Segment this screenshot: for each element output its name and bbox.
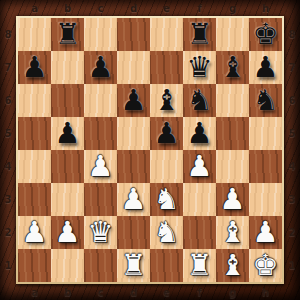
- piece-white-queen[interactable]: ♛: [84, 216, 117, 249]
- square-a8[interactable]: [18, 18, 51, 51]
- rank-label-6: 6: [0, 84, 16, 117]
- square-g5[interactable]: [216, 117, 249, 150]
- piece-black-pawn[interactable]: ♟: [51, 117, 84, 150]
- square-a5[interactable]: [18, 117, 51, 150]
- square-d3[interactable]: ♟: [117, 183, 150, 216]
- square-c4[interactable]: ♟: [84, 150, 117, 183]
- square-c5[interactable]: [84, 117, 117, 150]
- rank-label-7: 7: [0, 51, 16, 84]
- piece-black-knight[interactable]: ♞: [183, 84, 216, 117]
- square-g4[interactable]: [216, 150, 249, 183]
- piece-black-pawn[interactable]: ♟: [249, 51, 282, 84]
- file-label-d: d: [117, 0, 150, 16]
- piece-white-pawn[interactable]: ♟: [183, 150, 216, 183]
- square-d8[interactable]: [117, 18, 150, 51]
- piece-white-pawn[interactable]: ♟: [18, 216, 51, 249]
- piece-white-rook[interactable]: ♜: [183, 249, 216, 282]
- piece-black-king[interactable]: ♚: [249, 18, 282, 51]
- piece-white-pawn[interactable]: ♟: [84, 150, 117, 183]
- board-grid: ♜♜♚♟♟♛♝♟♟♝♞♞♟♟♟♟♟♟♞♟♟♟♛♞♝♟♜♜♝♚: [18, 18, 282, 282]
- file-label-h: h: [249, 284, 282, 300]
- square-b5[interactable]: ♟: [51, 117, 84, 150]
- square-h3[interactable]: [249, 183, 282, 216]
- square-b1[interactable]: [51, 249, 84, 282]
- square-d2[interactable]: [117, 216, 150, 249]
- rank-label-4: 4: [0, 150, 16, 183]
- piece-white-pawn[interactable]: ♟: [117, 183, 150, 216]
- square-e4[interactable]: [150, 150, 183, 183]
- square-e2[interactable]: ♞: [150, 216, 183, 249]
- rank-label-2: 2: [0, 216, 16, 249]
- square-g8[interactable]: [216, 18, 249, 51]
- rank-label-8: 8: [284, 18, 300, 51]
- square-f2[interactable]: [183, 216, 216, 249]
- piece-black-pawn[interactable]: ♟: [18, 51, 51, 84]
- square-f3[interactable]: [183, 183, 216, 216]
- piece-black-rook[interactable]: ♜: [51, 18, 84, 51]
- square-b7[interactable]: [51, 51, 84, 84]
- square-g6[interactable]: [216, 84, 249, 117]
- file-labels-bottom: abcdefgh: [18, 284, 282, 300]
- file-label-c: c: [84, 0, 117, 16]
- file-label-c: c: [84, 284, 117, 300]
- piece-black-bishop[interactable]: ♝: [150, 84, 183, 117]
- square-h1[interactable]: ♚: [249, 249, 282, 282]
- square-c7[interactable]: ♟: [84, 51, 117, 84]
- piece-white-pawn[interactable]: ♟: [249, 216, 282, 249]
- rank-label-2: 2: [284, 216, 300, 249]
- square-h8[interactable]: ♚: [249, 18, 282, 51]
- rank-label-5: 5: [0, 117, 16, 150]
- square-f5[interactable]: ♟: [183, 117, 216, 150]
- square-b2[interactable]: ♟: [51, 216, 84, 249]
- square-a3[interactable]: [18, 183, 51, 216]
- file-label-d: d: [117, 284, 150, 300]
- square-a4[interactable]: [18, 150, 51, 183]
- square-h6[interactable]: ♞: [249, 84, 282, 117]
- square-h2[interactable]: ♟: [249, 216, 282, 249]
- file-label-g: g: [216, 284, 249, 300]
- square-f7[interactable]: ♛: [183, 51, 216, 84]
- square-f8[interactable]: ♜: [183, 18, 216, 51]
- piece-white-bishop[interactable]: ♝: [216, 216, 249, 249]
- rank-label-4: 4: [284, 150, 300, 183]
- piece-white-king[interactable]: ♚: [249, 249, 282, 282]
- piece-white-knight[interactable]: ♞: [150, 216, 183, 249]
- square-d1[interactable]: ♜: [117, 249, 150, 282]
- rank-label-5: 5: [284, 117, 300, 150]
- square-b8[interactable]: ♜: [51, 18, 84, 51]
- file-label-g: g: [216, 0, 249, 16]
- square-e5[interactable]: ♟: [150, 117, 183, 150]
- square-g1[interactable]: ♝: [216, 249, 249, 282]
- square-h7[interactable]: ♟: [249, 51, 282, 84]
- rank-labels-left: 87654321: [0, 18, 16, 282]
- file-label-e: e: [150, 0, 183, 16]
- square-c1[interactable]: [84, 249, 117, 282]
- square-g3[interactable]: ♟: [216, 183, 249, 216]
- piece-white-knight[interactable]: ♞: [150, 183, 183, 216]
- square-f1[interactable]: ♜: [183, 249, 216, 282]
- square-c2[interactable]: ♛: [84, 216, 117, 249]
- square-h5[interactable]: [249, 117, 282, 150]
- rank-label-7: 7: [284, 51, 300, 84]
- square-e3[interactable]: ♞: [150, 183, 183, 216]
- file-label-b: b: [51, 0, 84, 16]
- file-labels-top: abcdefgh: [18, 0, 282, 16]
- file-label-f: f: [183, 0, 216, 16]
- square-f4[interactable]: ♟: [183, 150, 216, 183]
- piece-white-pawn[interactable]: ♟: [216, 183, 249, 216]
- board-border: ♜♜♚♟♟♛♝♟♟♝♞♞♟♟♟♟♟♟♞♟♟♟♛♞♝♟♜♜♝♚: [16, 16, 284, 284]
- square-d7[interactable]: [117, 51, 150, 84]
- piece-black-pawn[interactable]: ♟: [84, 51, 117, 84]
- rank-label-6: 6: [284, 84, 300, 117]
- file-label-b: b: [51, 284, 84, 300]
- piece-white-rook[interactable]: ♜: [117, 249, 150, 282]
- square-a6[interactable]: [18, 84, 51, 117]
- piece-black-bishop[interactable]: ♝: [216, 51, 249, 84]
- square-c8[interactable]: [84, 18, 117, 51]
- square-e8[interactable]: [150, 18, 183, 51]
- square-d5[interactable]: [117, 117, 150, 150]
- square-a2[interactable]: ♟: [18, 216, 51, 249]
- square-c6[interactable]: [84, 84, 117, 117]
- rank-label-1: 1: [284, 249, 300, 282]
- piece-black-pawn[interactable]: ♟: [150, 117, 183, 150]
- piece-white-bishop[interactable]: ♝: [216, 249, 249, 282]
- square-b6[interactable]: [51, 84, 84, 117]
- file-label-a: a: [18, 0, 51, 16]
- square-c3[interactable]: [84, 183, 117, 216]
- file-label-h: h: [249, 0, 282, 16]
- rank-label-1: 1: [0, 249, 16, 282]
- square-g7[interactable]: ♝: [216, 51, 249, 84]
- piece-white-pawn[interactable]: ♟: [51, 216, 84, 249]
- file-label-a: a: [18, 284, 51, 300]
- square-b3[interactable]: [51, 183, 84, 216]
- square-d4[interactable]: [117, 150, 150, 183]
- rank-labels-right: 87654321: [284, 18, 300, 282]
- square-a7[interactable]: ♟: [18, 51, 51, 84]
- square-h4[interactable]: [249, 150, 282, 183]
- file-label-f: f: [183, 284, 216, 300]
- square-a1[interactable]: [18, 249, 51, 282]
- square-e7[interactable]: [150, 51, 183, 84]
- piece-black-pawn[interactable]: ♟: [183, 117, 216, 150]
- rank-label-3: 3: [284, 183, 300, 216]
- piece-black-queen[interactable]: ♛: [183, 51, 216, 84]
- square-g2[interactable]: ♝: [216, 216, 249, 249]
- square-e1[interactable]: [150, 249, 183, 282]
- rank-label-8: 8: [0, 18, 16, 51]
- file-label-e: e: [150, 284, 183, 300]
- square-d6[interactable]: ♟: [117, 84, 150, 117]
- piece-black-pawn[interactable]: ♟: [117, 84, 150, 117]
- square-b4[interactable]: [51, 150, 84, 183]
- piece-black-rook[interactable]: ♜: [183, 18, 216, 51]
- piece-black-knight[interactable]: ♞: [249, 84, 282, 117]
- square-f6[interactable]: ♞: [183, 84, 216, 117]
- square-e6[interactable]: ♝: [150, 84, 183, 117]
- chessboard-app: abcdefgh 87654321 87654321 abcdefgh ♜♜♚♟…: [0, 0, 300, 300]
- rank-label-3: 3: [0, 183, 16, 216]
